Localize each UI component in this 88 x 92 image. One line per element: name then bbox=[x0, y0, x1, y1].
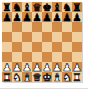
square-e6[interactable] bbox=[42, 22, 52, 32]
black-pawn[interactable]: ♟ bbox=[72, 12, 81, 22]
square-f1[interactable]: ♝ bbox=[52, 72, 62, 82]
square-c1[interactable]: ♝ bbox=[22, 72, 32, 82]
square-f5[interactable] bbox=[52, 32, 62, 42]
square-b1[interactable]: ♞ bbox=[12, 72, 22, 82]
square-b8[interactable]: ♞ bbox=[12, 2, 22, 12]
square-h8[interactable]: ♜ bbox=[72, 2, 82, 12]
square-c5[interactable] bbox=[22, 32, 32, 42]
square-a7[interactable]: ♟ bbox=[2, 12, 12, 22]
square-a6[interactable] bbox=[2, 22, 12, 32]
square-b3[interactable] bbox=[12, 52, 22, 62]
square-g6[interactable] bbox=[62, 22, 72, 32]
black-pawn[interactable]: ♟ bbox=[2, 12, 11, 22]
square-g2[interactable]: ♟ bbox=[62, 62, 72, 72]
black-knight[interactable]: ♞ bbox=[12, 2, 21, 12]
square-h6[interactable] bbox=[72, 22, 82, 32]
window-edge-line bbox=[0, 88, 88, 89]
white-bishop[interactable]: ♝ bbox=[52, 72, 61, 82]
square-g5[interactable] bbox=[62, 32, 72, 42]
black-rook[interactable]: ♜ bbox=[2, 2, 11, 12]
square-a8[interactable]: ♜ bbox=[2, 2, 12, 12]
square-h4[interactable] bbox=[72, 42, 82, 52]
square-a4[interactable] bbox=[2, 42, 12, 52]
square-g4[interactable] bbox=[62, 42, 72, 52]
black-knight[interactable]: ♞ bbox=[62, 2, 71, 12]
square-e3[interactable] bbox=[42, 52, 52, 62]
white-king[interactable]: ♚ bbox=[42, 72, 51, 82]
square-b6[interactable] bbox=[12, 22, 22, 32]
white-knight[interactable]: ♞ bbox=[62, 72, 71, 82]
white-knight[interactable]: ♞ bbox=[12, 72, 21, 82]
square-a3[interactable] bbox=[2, 52, 12, 62]
square-g8[interactable]: ♞ bbox=[62, 2, 72, 12]
square-b5[interactable] bbox=[12, 32, 22, 42]
black-pawn[interactable]: ♟ bbox=[42, 12, 51, 22]
square-f2[interactable]: ♟ bbox=[52, 62, 62, 72]
square-h3[interactable] bbox=[72, 52, 82, 62]
black-bishop[interactable]: ♝ bbox=[52, 2, 61, 12]
white-rook[interactable]: ♜ bbox=[2, 72, 11, 82]
square-h1[interactable]: ♜ bbox=[72, 72, 82, 82]
black-pawn[interactable]: ♟ bbox=[52, 12, 61, 22]
square-h2[interactable]: ♟ bbox=[72, 62, 82, 72]
square-e5[interactable] bbox=[42, 32, 52, 42]
square-d4[interactable] bbox=[32, 42, 42, 52]
square-a1[interactable]: ♜ bbox=[2, 72, 12, 82]
square-e8[interactable]: ♚ bbox=[42, 2, 52, 12]
square-e7[interactable]: ♟ bbox=[42, 12, 52, 22]
square-d5[interactable] bbox=[32, 32, 42, 42]
square-f6[interactable] bbox=[52, 22, 62, 32]
square-g1[interactable]: ♞ bbox=[62, 72, 72, 82]
square-c2[interactable]: ♟ bbox=[22, 62, 32, 72]
black-pawn[interactable]: ♟ bbox=[32, 12, 41, 22]
white-rook[interactable]: ♜ bbox=[72, 72, 81, 82]
square-a5[interactable] bbox=[2, 32, 12, 42]
square-d6[interactable] bbox=[32, 22, 42, 32]
square-e4[interactable] bbox=[42, 42, 52, 52]
black-pawn[interactable]: ♟ bbox=[12, 12, 21, 22]
white-pawn[interactable]: ♟ bbox=[72, 62, 81, 72]
square-c6[interactable] bbox=[22, 22, 32, 32]
white-pawn[interactable]: ♟ bbox=[52, 62, 61, 72]
square-f8[interactable]: ♝ bbox=[52, 2, 62, 12]
black-king[interactable]: ♚ bbox=[42, 2, 51, 12]
square-c4[interactable] bbox=[22, 42, 32, 52]
square-b2[interactable]: ♟ bbox=[12, 62, 22, 72]
square-e1[interactable]: ♚ bbox=[42, 72, 52, 82]
square-b7[interactable]: ♟ bbox=[12, 12, 22, 22]
white-pawn[interactable]: ♟ bbox=[2, 62, 11, 72]
white-pawn[interactable]: ♟ bbox=[32, 62, 41, 72]
square-d7[interactable]: ♟ bbox=[32, 12, 42, 22]
white-queen[interactable]: ♛ bbox=[32, 72, 41, 82]
square-g7[interactable]: ♟ bbox=[62, 12, 72, 22]
square-f7[interactable]: ♟ bbox=[52, 12, 62, 22]
square-d1[interactable]: ♛ bbox=[32, 72, 42, 82]
black-pawn[interactable]: ♟ bbox=[22, 12, 31, 22]
white-pawn[interactable]: ♟ bbox=[22, 62, 31, 72]
white-pawn[interactable]: ♟ bbox=[12, 62, 21, 72]
black-queen[interactable]: ♛ bbox=[32, 2, 41, 12]
square-c3[interactable] bbox=[22, 52, 32, 62]
square-h7[interactable]: ♟ bbox=[72, 12, 82, 22]
square-f4[interactable] bbox=[52, 42, 62, 52]
square-d3[interactable] bbox=[32, 52, 42, 62]
square-d2[interactable]: ♟ bbox=[32, 62, 42, 72]
square-a2[interactable]: ♟ bbox=[2, 62, 12, 72]
black-bishop[interactable]: ♝ bbox=[22, 2, 31, 12]
square-b4[interactable] bbox=[12, 42, 22, 52]
square-g3[interactable] bbox=[62, 52, 72, 62]
black-rook[interactable]: ♜ bbox=[72, 2, 81, 12]
square-f3[interactable] bbox=[52, 52, 62, 62]
white-bishop[interactable]: ♝ bbox=[22, 72, 31, 82]
chess-board: ♜♞♝♛♚♝♞♜♟♟♟♟♟♟♟♟♟♟♟♟♟♟♟♟♜♞♝♛♚♝♞♜ bbox=[2, 2, 82, 82]
white-pawn[interactable]: ♟ bbox=[62, 62, 71, 72]
square-e2[interactable]: ♟ bbox=[42, 62, 52, 72]
black-pawn[interactable]: ♟ bbox=[62, 12, 71, 22]
square-c7[interactable]: ♟ bbox=[22, 12, 32, 22]
square-d8[interactable]: ♛ bbox=[32, 2, 42, 12]
square-h5[interactable] bbox=[72, 32, 82, 42]
white-pawn[interactable]: ♟ bbox=[42, 62, 51, 72]
square-c8[interactable]: ♝ bbox=[22, 2, 32, 12]
